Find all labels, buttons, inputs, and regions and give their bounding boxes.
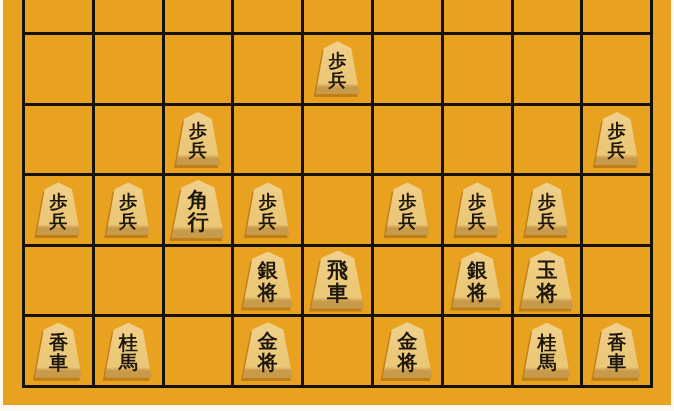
piece-kanji: 行 — [187, 211, 208, 233]
board-cell[interactable] — [444, 317, 511, 385]
board-cell[interactable]: 歩兵 — [374, 176, 441, 244]
piece-kanji: 歩 — [538, 192, 556, 211]
board-cell[interactable] — [583, 247, 650, 315]
piece-kanji: 歩 — [398, 192, 416, 211]
piece-fuhyo-pawn[interactable]: 歩兵 — [176, 112, 220, 165]
board-cell[interactable] — [374, 35, 441, 103]
piece-face: 香車 — [35, 323, 82, 378]
piece-face: 歩兵 — [36, 182, 80, 235]
piece-kanji: 車 — [49, 352, 68, 372]
board-cell[interactable] — [304, 176, 371, 244]
piece-kanji: 兵 — [259, 211, 277, 230]
piece-kinsho-gold-general[interactable]: 金将 — [382, 322, 432, 378]
piece-kanji: 歩 — [259, 192, 277, 211]
board-cell[interactable]: 香車 — [25, 317, 92, 385]
piece-kanji: 金 — [258, 331, 278, 352]
board-cell[interactable]: 歩兵 — [304, 35, 371, 103]
piece-kanji: 将 — [258, 282, 278, 303]
piece-kanji: 兵 — [49, 211, 67, 230]
piece-kanji: 兵 — [189, 140, 207, 159]
board-cell[interactable]: 歩兵 — [95, 176, 162, 244]
board-cell[interactable] — [514, 106, 581, 174]
piece-face: 歩兵 — [106, 182, 150, 235]
board-cell[interactable]: 香車 — [583, 317, 650, 385]
board-cell[interactable] — [95, 35, 162, 103]
board-cell[interactable]: 桂馬 — [514, 317, 581, 385]
piece-kanji: 兵 — [329, 70, 347, 89]
board-cell[interactable] — [95, 0, 162, 32]
piece-face: 歩兵 — [316, 41, 360, 94]
board-cell[interactable] — [444, 106, 511, 174]
piece-face: 歩兵 — [525, 182, 569, 235]
piece-face: 角行 — [171, 180, 224, 238]
piece-kanji: 角 — [187, 189, 208, 211]
board-cell[interactable] — [583, 176, 650, 244]
piece-kanji: 馬 — [119, 352, 138, 372]
board-cell[interactable]: 歩兵 — [583, 106, 650, 174]
piece-fuhyo-pawn[interactable]: 歩兵 — [525, 182, 569, 235]
piece-face: 歩兵 — [176, 112, 220, 165]
board-cell[interactable] — [583, 0, 650, 32]
piece-kanji: 銀 — [258, 260, 278, 281]
board-cell[interactable] — [25, 35, 92, 103]
piece-face: 歩兵 — [455, 182, 499, 235]
piece-face: 歩兵 — [595, 112, 639, 165]
board-cell[interactable]: 角行 — [165, 176, 232, 244]
piece-kanji: 桂 — [537, 332, 556, 352]
board-cell[interactable]: 歩兵 — [514, 176, 581, 244]
board-cell[interactable] — [25, 247, 92, 315]
piece-kanji: 歩 — [329, 51, 347, 70]
piece-kanji: 香 — [49, 332, 68, 352]
board-cell[interactable]: 銀将 — [234, 247, 301, 315]
board-cell[interactable] — [374, 0, 441, 32]
piece-fuhyo-pawn[interactable]: 歩兵 — [36, 182, 80, 235]
board-cell[interactable] — [25, 106, 92, 174]
piece-fuhyo-pawn[interactable]: 歩兵 — [316, 41, 360, 94]
piece-kanji: 金 — [397, 331, 417, 352]
piece-gyokusho-king[interactable]: 玉将 — [520, 251, 573, 309]
piece-kanji: 銀 — [467, 260, 487, 281]
piece-keima-knight[interactable]: 桂馬 — [105, 323, 152, 378]
board-cell[interactable] — [165, 35, 232, 103]
board-cell[interactable]: 歩兵 — [234, 176, 301, 244]
board-cell[interactable] — [444, 35, 511, 103]
piece-kanji: 将 — [397, 352, 417, 373]
piece-fuhyo-pawn[interactable]: 歩兵 — [246, 182, 290, 235]
board-cell[interactable]: 桂馬 — [95, 317, 162, 385]
board-cell[interactable]: 玉将 — [514, 247, 581, 315]
board-cell[interactable] — [165, 247, 232, 315]
board-grid: 歩兵歩兵歩兵歩兵歩兵角行歩兵歩兵歩兵歩兵銀将飛車銀将玉将香車桂馬金将金将桂馬香車 — [22, 0, 653, 388]
board-cell[interactable] — [444, 0, 511, 32]
board-cell[interactable] — [95, 106, 162, 174]
board-cell[interactable] — [165, 317, 232, 385]
board-cell[interactable]: 飛車 — [304, 247, 371, 315]
piece-kanji: 飛 — [327, 259, 348, 281]
board-cell[interactable] — [514, 35, 581, 103]
piece-ginsho-silver-general[interactable]: 銀将 — [452, 252, 502, 308]
piece-kanji: 歩 — [608, 121, 626, 140]
board-cell[interactable] — [234, 106, 301, 174]
piece-face: 金将 — [243, 322, 293, 378]
piece-kanji: 玉 — [536, 259, 557, 281]
piece-face: 香車 — [593, 323, 640, 378]
board-cell[interactable]: 金将 — [234, 317, 301, 385]
board-cell[interactable]: 金将 — [374, 317, 441, 385]
piece-face: 玉将 — [520, 251, 573, 309]
piece-face: 金将 — [382, 322, 432, 378]
piece-hisha-rook[interactable]: 飛車 — [311, 251, 364, 309]
piece-face: 銀将 — [243, 252, 293, 308]
shogi-board: 歩兵歩兵歩兵歩兵歩兵角行歩兵歩兵歩兵歩兵銀将飛車銀将玉将香車桂馬金将金将桂馬香車 — [3, 0, 671, 405]
piece-face: 歩兵 — [385, 182, 429, 235]
piece-kyosha-lance[interactable]: 香車 — [35, 323, 82, 378]
piece-kanji: 将 — [536, 282, 557, 304]
piece-kyosha-lance[interactable]: 香車 — [593, 323, 640, 378]
piece-ginsho-silver-general[interactable]: 銀将 — [243, 252, 293, 308]
piece-kanji: 桂 — [119, 332, 138, 352]
board-cell[interactable] — [374, 106, 441, 174]
piece-kakugyo-bishop[interactable]: 角行 — [171, 180, 224, 238]
piece-face: 銀将 — [452, 252, 502, 308]
piece-face: 歩兵 — [246, 182, 290, 235]
piece-kanji: 歩 — [189, 121, 207, 140]
piece-kinsho-gold-general[interactable]: 金将 — [243, 322, 293, 378]
piece-face: 飛車 — [311, 251, 364, 309]
piece-kanji: 歩 — [468, 192, 486, 211]
piece-kanji: 将 — [258, 352, 278, 373]
board-cell[interactable] — [165, 0, 232, 32]
piece-face: 桂馬 — [105, 323, 152, 378]
piece-kanji: 兵 — [468, 211, 486, 230]
board-cell[interactable] — [95, 247, 162, 315]
piece-kanji: 兵 — [608, 140, 626, 159]
piece-kanji: 歩 — [119, 192, 137, 211]
board-cell[interactable]: 歩兵 — [25, 176, 92, 244]
piece-fuhyo-pawn[interactable]: 歩兵 — [455, 182, 499, 235]
piece-kanji: 兵 — [398, 211, 416, 230]
board-cell[interactable] — [234, 35, 301, 103]
board-cell[interactable] — [234, 0, 301, 32]
board-cell[interactable] — [514, 0, 581, 32]
board-cell[interactable] — [304, 0, 371, 32]
piece-kanji: 香 — [607, 332, 626, 352]
board-cell[interactable] — [304, 317, 371, 385]
board-cell[interactable] — [304, 106, 371, 174]
piece-kanji: 車 — [327, 282, 348, 304]
piece-fuhyo-pawn[interactable]: 歩兵 — [595, 112, 639, 165]
board-cell[interactable] — [374, 247, 441, 315]
piece-kanji: 歩 — [49, 192, 67, 211]
piece-kanji: 兵 — [538, 211, 556, 230]
board-cell[interactable]: 歩兵 — [444, 176, 511, 244]
board-cell[interactable]: 歩兵 — [165, 106, 232, 174]
piece-face: 桂馬 — [523, 323, 570, 378]
piece-kanji: 将 — [467, 282, 487, 303]
piece-kanji: 兵 — [119, 211, 137, 230]
piece-keima-knight[interactable]: 桂馬 — [523, 323, 570, 378]
piece-kanji: 馬 — [537, 352, 556, 372]
board-cell[interactable] — [583, 35, 650, 103]
piece-fuhyo-pawn[interactable]: 歩兵 — [385, 182, 429, 235]
board-cell[interactable]: 銀将 — [444, 247, 511, 315]
board-cell[interactable] — [25, 0, 92, 32]
piece-fuhyo-pawn[interactable]: 歩兵 — [106, 182, 150, 235]
piece-kanji: 車 — [607, 352, 626, 372]
